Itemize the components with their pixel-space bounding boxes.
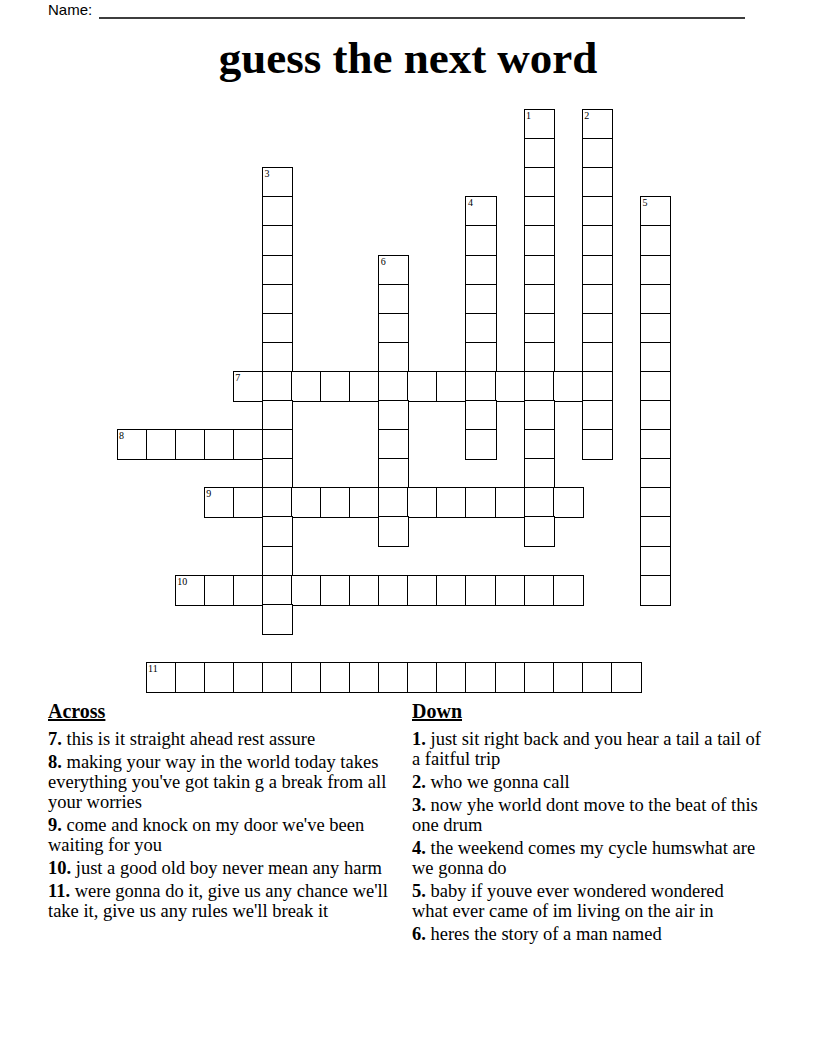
grid-cell[interactable] xyxy=(640,546,671,577)
cell-number: 11 xyxy=(148,663,158,674)
grid-cell[interactable]: 9 xyxy=(204,487,235,518)
grid-cell[interactable] xyxy=(524,225,555,256)
grid-cell[interactable] xyxy=(378,575,409,606)
grid-cell[interactable] xyxy=(582,429,613,460)
cell-number: 8 xyxy=(119,430,124,441)
grid-cell[interactable] xyxy=(262,458,293,489)
grid-cell[interactable] xyxy=(262,546,293,577)
grid-cell[interactable] xyxy=(378,342,409,373)
grid-cell[interactable] xyxy=(524,516,555,547)
grid-cell[interactable] xyxy=(262,400,293,431)
grid-cell[interactable] xyxy=(436,662,467,693)
clue-text: the weekend comes my cycle humswhat are … xyxy=(412,838,755,878)
grid-cell[interactable] xyxy=(524,196,555,227)
grid-cell[interactable] xyxy=(465,313,496,344)
grid-cell[interactable] xyxy=(582,255,613,286)
cell-number: 4 xyxy=(468,197,473,208)
grid-cell[interactable] xyxy=(436,487,467,518)
grid-cell[interactable] xyxy=(465,255,496,286)
grid-cell[interactable] xyxy=(378,516,409,547)
clue-across-7: 7. this is it straight ahead rest assure xyxy=(48,729,406,749)
clue-down-2: 2. who we gonna call xyxy=(412,772,764,792)
grid-cell[interactable] xyxy=(524,284,555,315)
grid-cell[interactable] xyxy=(262,487,293,518)
grid-cell[interactable]: 5 xyxy=(640,196,671,227)
grid-cell[interactable] xyxy=(524,400,555,431)
grid-cell[interactable] xyxy=(465,662,496,693)
grid-cell[interactable] xyxy=(582,138,613,169)
grid-cell[interactable] xyxy=(262,516,293,547)
grid-cell[interactable] xyxy=(524,167,555,198)
clue-number: 7. xyxy=(48,729,62,749)
grid-cell[interactable]: 10 xyxy=(175,575,206,606)
grid-cell[interactable] xyxy=(465,400,496,431)
grid-cell[interactable] xyxy=(524,429,555,460)
grid-cell[interactable] xyxy=(320,662,351,693)
crossword-worksheet: { "game": "crossword", "position": [ "##… xyxy=(0,0,816,1056)
grid-cell[interactable] xyxy=(204,575,235,606)
clue-number: 6. xyxy=(412,924,426,944)
grid-cell[interactable] xyxy=(640,575,671,606)
across-heading: Across xyxy=(48,700,406,722)
grid-cell[interactable] xyxy=(262,196,293,227)
grid-cell[interactable] xyxy=(465,371,496,402)
grid-cell[interactable] xyxy=(640,313,671,344)
clue-text: making your way in the world today takes… xyxy=(48,752,386,812)
grid-cell[interactable] xyxy=(175,429,206,460)
grid-cell[interactable]: 2 xyxy=(582,109,613,140)
grid-cell[interactable]: 1 xyxy=(524,109,555,140)
grid-cell[interactable]: 4 xyxy=(465,196,496,227)
clue-number: 9. xyxy=(48,815,62,835)
grid-cell[interactable] xyxy=(204,429,235,460)
down-heading: Down xyxy=(412,700,764,722)
grid-cell[interactable] xyxy=(640,284,671,315)
grid-cell[interactable] xyxy=(378,284,409,315)
clue-text: just sit right back and you hear a tail … xyxy=(412,729,761,769)
grid-cell[interactable] xyxy=(524,575,555,606)
grid-cell[interactable] xyxy=(204,662,235,693)
clue-text: now yhe world dont move to the beat of t… xyxy=(412,795,758,835)
clue-across-10: 10. just a good old boy never mean any h… xyxy=(48,858,406,878)
grid-cell[interactable] xyxy=(407,662,438,693)
grid-cell[interactable] xyxy=(233,662,264,693)
grid-cell[interactable] xyxy=(553,575,584,606)
clue-down-4: 4. the weekend comes my cycle humswhat a… xyxy=(412,838,764,878)
grid-cell[interactable] xyxy=(465,429,496,460)
grid-cell[interactable] xyxy=(582,225,613,256)
grid-cell[interactable] xyxy=(465,575,496,606)
down-clues-section: Down 1. just sit right back and you hear… xyxy=(412,700,764,947)
clue-number: 1. xyxy=(412,729,426,749)
grid-cell[interactable] xyxy=(524,371,555,402)
clue-down-6: 6. heres the story of a man named xyxy=(412,924,764,944)
grid-cell[interactable] xyxy=(582,196,613,227)
grid-cell[interactable] xyxy=(378,371,409,402)
cell-number: 2 xyxy=(584,110,589,121)
clue-across-8: 8. making your way in the world today ta… xyxy=(48,752,406,812)
grid-cell[interactable] xyxy=(262,255,293,286)
grid-cell[interactable] xyxy=(262,284,293,315)
grid-cell[interactable] xyxy=(262,662,293,693)
clue-text: this is it straight ahead rest assure xyxy=(62,729,315,749)
clue-down-5: 5. baby if youve ever wondered wondered … xyxy=(412,881,764,921)
grid-cell[interactable] xyxy=(553,371,584,402)
grid-cell[interactable] xyxy=(262,604,293,635)
grid-cell[interactable] xyxy=(378,313,409,344)
grid-cell[interactable] xyxy=(524,342,555,373)
grid-cell[interactable] xyxy=(349,371,380,402)
grid-cell[interactable] xyxy=(524,313,555,344)
clue-text: come and knock on my door we've been wai… xyxy=(48,815,364,855)
grid-cell[interactable] xyxy=(582,284,613,315)
grid-cell[interactable] xyxy=(349,575,380,606)
crossword-grid: 1234567891011 xyxy=(0,0,816,700)
grid-cell[interactable] xyxy=(640,429,671,460)
grid-cell[interactable]: 8 xyxy=(117,429,148,460)
grid-cell[interactable] xyxy=(582,313,613,344)
grid-cell[interactable] xyxy=(291,487,322,518)
grid-cell[interactable] xyxy=(640,342,671,373)
grid-cell[interactable]: 11 xyxy=(146,662,177,693)
grid-cell[interactable] xyxy=(465,342,496,373)
grid-cell[interactable] xyxy=(582,662,613,693)
clue-number: 8. xyxy=(48,752,62,772)
grid-cell[interactable] xyxy=(640,516,671,547)
grid-cell[interactable] xyxy=(378,458,409,489)
cell-number: 9 xyxy=(206,488,211,499)
grid-cell[interactable] xyxy=(407,371,438,402)
grid-cell[interactable] xyxy=(582,400,613,431)
grid-cell[interactable] xyxy=(436,371,467,402)
grid-cell[interactable] xyxy=(465,284,496,315)
grid-cell[interactable] xyxy=(553,487,584,518)
grid-cell[interactable] xyxy=(524,255,555,286)
grid-cell[interactable] xyxy=(495,371,526,402)
cell-number: 10 xyxy=(177,576,187,587)
clue-text: who we gonna call xyxy=(426,772,570,792)
grid-cell[interactable] xyxy=(582,167,613,198)
grid-cell[interactable] xyxy=(611,662,642,693)
grid-cell[interactable] xyxy=(262,371,293,402)
grid-cell[interactable] xyxy=(262,575,293,606)
cell-number: 7 xyxy=(235,372,240,383)
clue-text: just a good old boy never mean any harm xyxy=(71,858,382,878)
grid-cell[interactable] xyxy=(524,487,555,518)
clue-number: 4. xyxy=(412,838,426,858)
clue-down-1: 1. just sit right back and you hear a ta… xyxy=(412,729,764,769)
down-clue-list: 1. just sit right back and you hear a ta… xyxy=(412,729,764,944)
clue-text: heres the story of a man named xyxy=(426,924,662,944)
grid-cell[interactable] xyxy=(465,225,496,256)
grid-cell[interactable] xyxy=(233,487,264,518)
grid-cell[interactable] xyxy=(553,662,584,693)
grid-cell[interactable] xyxy=(640,371,671,402)
grid-cell[interactable] xyxy=(320,575,351,606)
grid-cell[interactable] xyxy=(524,138,555,169)
grid-cell[interactable] xyxy=(262,225,293,256)
grid-cell[interactable] xyxy=(320,371,351,402)
grid-cell[interactable] xyxy=(465,487,496,518)
grid-cell[interactable] xyxy=(175,662,206,693)
grid-cell[interactable] xyxy=(291,575,322,606)
cell-number: 3 xyxy=(264,168,269,179)
clue-number: 3. xyxy=(412,795,426,815)
grid-cell[interactable] xyxy=(378,487,409,518)
grid-cell[interactable] xyxy=(495,487,526,518)
grid-cell[interactable] xyxy=(349,662,380,693)
grid-cell[interactable] xyxy=(262,342,293,373)
cell-number: 1 xyxy=(526,110,531,121)
grid-cell[interactable]: 3 xyxy=(262,167,293,198)
grid-cell[interactable] xyxy=(582,342,613,373)
across-clues-section: Across 7. this is it straight ahead rest… xyxy=(48,700,406,924)
clue-across-11: 11. were gonna do it, give us any chance… xyxy=(48,881,406,921)
grid-cell[interactable] xyxy=(407,487,438,518)
grid-cell[interactable] xyxy=(233,429,264,460)
grid-cell[interactable] xyxy=(262,313,293,344)
grid-cell[interactable] xyxy=(495,662,526,693)
grid-cell[interactable] xyxy=(233,575,264,606)
grid-cell[interactable] xyxy=(495,575,526,606)
grid-cell[interactable] xyxy=(582,371,613,402)
grid-cell[interactable] xyxy=(378,400,409,431)
grid-cell[interactable] xyxy=(640,400,671,431)
grid-cell[interactable] xyxy=(524,458,555,489)
clue-down-3: 3. now yhe world dont move to the beat o… xyxy=(412,795,764,835)
grid-cell[interactable] xyxy=(378,662,409,693)
grid-cell[interactable]: 7 xyxy=(233,371,264,402)
clue-text: were gonna do it, give us any chance we'… xyxy=(48,881,388,921)
clue-number: 10. xyxy=(48,858,71,878)
grid-cell[interactable] xyxy=(436,575,467,606)
grid-cell[interactable] xyxy=(262,429,293,460)
grid-cell[interactable] xyxy=(291,662,322,693)
grid-cell[interactable] xyxy=(407,575,438,606)
grid-cell[interactable] xyxy=(640,458,671,489)
grid-cell[interactable] xyxy=(349,487,380,518)
clue-text: baby if youve ever wondered wondered wha… xyxy=(412,881,724,921)
clue-number: 5. xyxy=(412,881,426,901)
across-clue-list: 7. this is it straight ahead rest assure… xyxy=(48,729,406,921)
clue-number: 11. xyxy=(48,881,70,901)
clue-number: 2. xyxy=(412,772,426,792)
clue-across-9: 9. come and knock on my door we've been … xyxy=(48,815,406,855)
grid-cell[interactable]: 6 xyxy=(378,255,409,286)
grid-cell[interactable] xyxy=(320,487,351,518)
cell-number: 6 xyxy=(381,256,386,267)
grid-cell[interactable] xyxy=(291,371,322,402)
cell-number: 5 xyxy=(642,197,647,208)
grid-cell[interactable] xyxy=(146,429,177,460)
grid-cell[interactable] xyxy=(524,662,555,693)
grid-cell[interactable] xyxy=(640,255,671,286)
grid-cell[interactable] xyxy=(640,487,671,518)
grid-cell[interactable] xyxy=(378,429,409,460)
grid-cell[interactable] xyxy=(640,225,671,256)
